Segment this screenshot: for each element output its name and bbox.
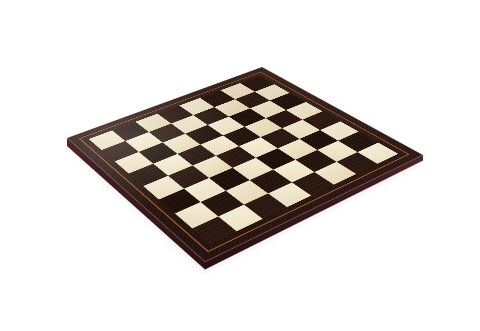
- product-photo: [0, 0, 480, 331]
